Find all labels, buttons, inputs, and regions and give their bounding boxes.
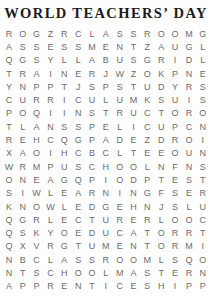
grid-cell[interactable]: C	[99, 147, 113, 160]
grid-cell[interactable]: L	[154, 213, 168, 226]
grid-cell[interactable]: R	[140, 27, 154, 40]
grid-cell[interactable]: S	[168, 253, 182, 266]
grid-cell[interactable]: R	[30, 93, 44, 106]
grid-cell[interactable]: R	[168, 240, 182, 253]
grid-cell[interactable]: A	[57, 253, 71, 266]
grid-cell[interactable]: T	[2, 120, 16, 133]
grid-cell[interactable]: R	[140, 213, 154, 226]
grid-cell[interactable]: N	[113, 40, 127, 53]
grid-cell[interactable]: N	[2, 253, 16, 266]
grid-cell[interactable]: R	[44, 280, 58, 293]
grid-cell[interactable]: Q	[2, 213, 16, 226]
grid-cell[interactable]: L	[196, 54, 210, 67]
grid-cell[interactable]: S	[16, 226, 30, 239]
grid-cell[interactable]: Y	[2, 80, 16, 93]
grid-cell[interactable]: U	[113, 54, 127, 67]
grid-cell[interactable]: E	[99, 40, 113, 53]
grid-cell[interactable]: R	[2, 27, 16, 40]
grid-cell[interactable]: I	[168, 280, 182, 293]
grid-cell[interactable]: S	[85, 80, 99, 93]
grid-cell[interactable]: E	[30, 173, 44, 186]
grid-cell[interactable]: P	[85, 133, 99, 146]
grid-cell[interactable]: R	[182, 80, 196, 93]
grid-cell[interactable]: Q	[30, 107, 44, 120]
grid-cell[interactable]: R	[85, 67, 99, 80]
grid-cell[interactable]: E	[71, 200, 85, 213]
grid-cell[interactable]: C	[71, 213, 85, 226]
grid-cell[interactable]: C	[140, 107, 154, 120]
grid-cell[interactable]: B	[99, 54, 113, 67]
grid-cell[interactable]: A	[85, 54, 99, 67]
grid-cell[interactable]: I	[127, 120, 141, 133]
grid-cell[interactable]: T	[196, 226, 210, 239]
grid-cell[interactable]: G	[140, 54, 154, 67]
grid-cell[interactable]: M	[182, 27, 196, 40]
grid-cell[interactable]: C	[196, 213, 210, 226]
grid-cell[interactable]: R	[30, 213, 44, 226]
grid-cell[interactable]: O	[113, 253, 127, 266]
grid-cell[interactable]: T	[16, 266, 30, 279]
grid-cell[interactable]: A	[127, 266, 141, 279]
grid-cell[interactable]: K	[30, 226, 44, 239]
grid-cell[interactable]: T	[140, 226, 154, 239]
grid-cell[interactable]: F	[168, 160, 182, 173]
grid-cell[interactable]: E	[71, 67, 85, 80]
grid-cell[interactable]: P	[140, 173, 154, 186]
grid-cell[interactable]: E	[99, 120, 113, 133]
grid-cell[interactable]: O	[113, 160, 127, 173]
grid-cell[interactable]: T	[85, 280, 99, 293]
grid-cell[interactable]: P	[182, 280, 196, 293]
grid-cell[interactable]: G	[16, 213, 30, 226]
grid-cell[interactable]: H	[154, 280, 168, 293]
grid-cell[interactable]: B	[85, 147, 99, 160]
grid-cell[interactable]: Z	[44, 27, 58, 40]
grid-cell[interactable]: S	[196, 160, 210, 173]
grid-cell[interactable]: Z	[140, 133, 154, 146]
grid-cell[interactable]: T	[154, 173, 168, 186]
grid-cell[interactable]: T	[127, 40, 141, 53]
grid-cell[interactable]: P	[44, 160, 58, 173]
grid-cell[interactable]: S	[140, 266, 154, 279]
grid-cell[interactable]: L	[140, 160, 154, 173]
grid-cell[interactable]: T	[127, 80, 141, 93]
grid-cell[interactable]: E	[127, 213, 141, 226]
grid-cell[interactable]: T	[71, 240, 85, 253]
grid-cell[interactable]: A	[16, 147, 30, 160]
grid-cell[interactable]: N	[196, 147, 210, 160]
grid-cell[interactable]: N	[127, 187, 141, 200]
grid-cell[interactable]: P	[44, 80, 58, 93]
grid-cell[interactable]: P	[168, 67, 182, 80]
grid-cell[interactable]: N	[71, 107, 85, 120]
grid-cell[interactable]: L	[99, 93, 113, 106]
grid-cell[interactable]: S	[85, 253, 99, 266]
grid-cell[interactable]: X	[2, 147, 16, 160]
grid-cell[interactable]: U	[57, 160, 71, 173]
grid-cell[interactable]: Q	[182, 253, 196, 266]
grid-cell[interactable]: R	[196, 187, 210, 200]
grid-cell[interactable]: S	[196, 80, 210, 93]
grid-cell[interactable]: E	[16, 133, 30, 146]
grid-cell[interactable]: J	[99, 67, 113, 80]
grid-cell[interactable]: S	[113, 80, 127, 93]
grid-cell[interactable]: L	[57, 54, 71, 67]
grid-cell[interactable]: I	[44, 107, 58, 120]
grid-cell[interactable]: R	[154, 54, 168, 67]
grid-cell[interactable]: P	[85, 173, 99, 186]
grid-cell[interactable]: O	[30, 200, 44, 213]
grid-cell[interactable]: E	[71, 226, 85, 239]
grid-cell[interactable]: M	[113, 266, 127, 279]
grid-cell[interactable]: O	[168, 107, 182, 120]
grid-cell[interactable]: E	[168, 266, 182, 279]
grid-cell[interactable]: I	[16, 187, 30, 200]
grid-cell[interactable]: Q	[2, 240, 16, 253]
grid-cell[interactable]: O	[71, 266, 85, 279]
grid-cell[interactable]: R	[57, 27, 71, 40]
grid-cell[interactable]: S	[30, 40, 44, 53]
grid-cell[interactable]: P	[168, 120, 182, 133]
grid-cell[interactable]: H	[57, 266, 71, 279]
grid-cell[interactable]: G	[71, 133, 85, 146]
grid-cell[interactable]: C	[85, 160, 99, 173]
grid-cell[interactable]: D	[182, 54, 196, 67]
grid-cell[interactable]: C	[44, 266, 58, 279]
grid-cell[interactable]: M	[99, 240, 113, 253]
grid-cell[interactable]: X	[16, 240, 30, 253]
grid-cell[interactable]: N	[196, 266, 210, 279]
grid-cell[interactable]: A	[2, 280, 16, 293]
grid-cell[interactable]: K	[154, 67, 168, 80]
grid-cell[interactable]: V	[30, 240, 44, 253]
grid-cell[interactable]: O	[113, 173, 127, 186]
grid-cell[interactable]: O	[168, 147, 182, 160]
grid-cell[interactable]: R	[113, 213, 127, 226]
grid-cell[interactable]: J	[71, 80, 85, 93]
grid-cell[interactable]: S	[196, 93, 210, 106]
grid-cell[interactable]: N	[127, 240, 141, 253]
grid-cell[interactable]: G	[57, 240, 71, 253]
grid-cell[interactable]: U	[127, 107, 141, 120]
grid-cell[interactable]: R	[168, 133, 182, 146]
grid-cell[interactable]: N	[196, 120, 210, 133]
grid-cell[interactable]: U	[182, 147, 196, 160]
grid-cell[interactable]: A	[44, 173, 58, 186]
grid-cell[interactable]: P	[30, 280, 44, 293]
grid-cell[interactable]: I	[168, 54, 182, 67]
grid-cell[interactable]: Q	[71, 173, 85, 186]
grid-cell[interactable]: P	[196, 280, 210, 293]
grid-cell[interactable]: C	[71, 93, 85, 106]
grid-cell[interactable]: G	[140, 187, 154, 200]
grid-cell[interactable]: T	[127, 147, 141, 160]
grid-cell[interactable]: H	[99, 160, 113, 173]
grid-cell[interactable]: E	[113, 240, 127, 253]
grid-cell[interactable]: O	[127, 160, 141, 173]
grid-cell[interactable]: P	[2, 107, 16, 120]
grid-cell[interactable]: O	[196, 107, 210, 120]
grid-cell[interactable]: M	[85, 40, 99, 53]
grid-cell[interactable]: L	[71, 54, 85, 67]
grid-cell[interactable]: R	[16, 160, 30, 173]
grid-cell[interactable]: L	[44, 187, 58, 200]
grid-cell[interactable]: I	[44, 147, 58, 160]
grid-cell[interactable]: T	[99, 107, 113, 120]
grid-cell[interactable]: W	[44, 200, 58, 213]
grid-cell[interactable]: P	[99, 80, 113, 93]
grid-cell[interactable]: B	[16, 253, 30, 266]
grid-cell[interactable]: U	[168, 93, 182, 106]
grid-cell[interactable]: O	[154, 27, 168, 40]
grid-cell[interactable]: S	[16, 40, 30, 53]
grid-cell[interactable]: S	[71, 160, 85, 173]
grid-cell[interactable]: M	[127, 93, 141, 106]
grid-cell[interactable]: S	[57, 120, 71, 133]
grid-cell[interactable]: U	[140, 80, 154, 93]
grid-cell[interactable]: C	[44, 133, 58, 146]
grid-cell[interactable]: I	[44, 67, 58, 80]
grid-cell[interactable]: O	[196, 253, 210, 266]
grid-cell[interactable]: C	[113, 226, 127, 239]
grid-cell[interactable]: Y	[44, 54, 58, 67]
grid-cell[interactable]: C	[30, 253, 44, 266]
grid-cell[interactable]: R	[44, 240, 58, 253]
grid-cell[interactable]: E	[168, 173, 182, 186]
grid-cell[interactable]: J	[154, 200, 168, 213]
grid-cell[interactable]: R	[2, 133, 16, 146]
grid-cell[interactable]: S	[113, 27, 127, 40]
grid-cell[interactable]: R	[16, 67, 30, 80]
grid-cell[interactable]: R	[85, 187, 99, 200]
grid-cell[interactable]: N	[57, 67, 71, 80]
grid-cell[interactable]: D	[85, 200, 99, 213]
grid-cell[interactable]: T	[196, 173, 210, 186]
grid-cell[interactable]: C	[71, 147, 85, 160]
grid-cell[interactable]: W	[30, 187, 44, 200]
grid-cell[interactable]: S	[85, 107, 99, 120]
grid-cell[interactable]: U	[85, 240, 99, 253]
grid-cell[interactable]: E	[57, 280, 71, 293]
grid-cell[interactable]: L	[85, 27, 99, 40]
grid-cell[interactable]: U	[85, 93, 99, 106]
grid-cell[interactable]: E	[154, 147, 168, 160]
grid-cell[interactable]: H	[127, 200, 141, 213]
grid-cell[interactable]: Q	[57, 133, 71, 146]
grid-cell[interactable]: L	[99, 266, 113, 279]
grid-cell[interactable]: L	[44, 253, 58, 266]
grid-cell[interactable]: U	[168, 40, 182, 53]
grid-cell[interactable]: E	[196, 67, 210, 80]
grid-cell[interactable]: S	[154, 93, 168, 106]
grid-cell[interactable]: Z	[127, 67, 141, 80]
grid-cell[interactable]: O	[154, 226, 168, 239]
grid-cell[interactable]: S	[2, 187, 16, 200]
grid-cell[interactable]: Y	[44, 226, 58, 239]
grid-cell[interactable]: O	[182, 213, 196, 226]
grid-cell[interactable]: I	[99, 173, 113, 186]
grid-cell[interactable]: O	[154, 240, 168, 253]
grid-cell[interactable]: C	[2, 93, 16, 106]
grid-cell[interactable]: L	[16, 120, 30, 133]
grid-cell[interactable]: A	[99, 27, 113, 40]
grid-cell[interactable]: R	[99, 253, 113, 266]
grid-cell[interactable]: O	[16, 27, 30, 40]
grid-cell[interactable]: U	[99, 226, 113, 239]
grid-cell[interactable]: I	[182, 93, 196, 106]
grid-cell[interactable]: O	[16, 107, 30, 120]
grid-cell[interactable]: N	[2, 266, 16, 279]
grid-cell[interactable]: O	[127, 253, 141, 266]
grid-cell[interactable]: D	[127, 173, 141, 186]
grid-cell[interactable]: P	[85, 120, 99, 133]
grid-cell[interactable]: D	[154, 80, 168, 93]
grid-cell[interactable]: S	[57, 40, 71, 53]
grid-cell[interactable]: L	[196, 40, 210, 53]
grid-cell[interactable]: S	[140, 280, 154, 293]
grid-cell[interactable]: K	[140, 93, 154, 106]
grid-cell[interactable]: R	[113, 107, 127, 120]
grid-cell[interactable]: E	[140, 147, 154, 160]
grid-cell[interactable]: A	[2, 40, 16, 53]
grid-cell[interactable]: I	[196, 240, 210, 253]
grid-cell[interactable]: I	[113, 187, 127, 200]
grid-cell[interactable]: D	[113, 133, 127, 146]
grid-cell[interactable]: S	[127, 54, 141, 67]
grid-cell[interactable]: E	[44, 40, 58, 53]
grid-cell[interactable]: S	[30, 54, 44, 67]
grid-cell[interactable]: E	[57, 213, 71, 226]
grid-cell[interactable]: O	[168, 27, 182, 40]
grid-cell[interactable]: A	[99, 133, 113, 146]
grid-cell[interactable]: A	[127, 226, 141, 239]
grid-cell[interactable]: T	[2, 67, 16, 80]
grid-cell[interactable]: U	[99, 213, 113, 226]
grid-cell[interactable]: A	[30, 67, 44, 80]
grid-cell[interactable]: I	[99, 280, 113, 293]
grid-cell[interactable]: T	[140, 240, 154, 253]
grid-cell[interactable]: S	[127, 27, 141, 40]
grid-cell[interactable]: O	[85, 266, 99, 279]
grid-cell[interactable]: E	[127, 133, 141, 146]
grid-cell[interactable]: S	[168, 200, 182, 213]
grid-cell[interactable]: I	[57, 93, 71, 106]
grid-cell[interactable]: I	[196, 133, 210, 146]
grid-cell[interactable]: G	[30, 27, 44, 40]
grid-cell[interactable]: M	[140, 253, 154, 266]
grid-cell[interactable]: L	[113, 147, 127, 160]
grid-cell[interactable]: A	[30, 120, 44, 133]
grid-cell[interactable]: P	[30, 80, 44, 93]
grid-cell[interactable]: Y	[168, 80, 182, 93]
grid-cell[interactable]: S	[182, 173, 196, 186]
grid-cell[interactable]: L	[44, 213, 58, 226]
grid-cell[interactable]: O	[57, 226, 71, 239]
grid-cell[interactable]: D	[154, 133, 168, 146]
grid-cell[interactable]: G	[99, 200, 113, 213]
grid-cell[interactable]: R	[44, 93, 58, 106]
grid-cell[interactable]: N	[44, 120, 58, 133]
grid-cell[interactable]: S	[71, 40, 85, 53]
grid-cell[interactable]: G	[16, 54, 30, 67]
grid-cell[interactable]: I	[57, 107, 71, 120]
grid-cell[interactable]: F	[154, 187, 168, 200]
grid-cell[interactable]: R	[168, 226, 182, 239]
grid-cell[interactable]: S	[30, 266, 44, 279]
grid-cell[interactable]: E	[182, 187, 196, 200]
grid-cell[interactable]: N	[16, 173, 30, 186]
grid-cell[interactable]: E	[113, 200, 127, 213]
grid-cell[interactable]: S	[71, 253, 85, 266]
grid-cell[interactable]: R	[182, 107, 196, 120]
grid-cell[interactable]: T	[154, 266, 168, 279]
grid-cell[interactable]: U	[113, 93, 127, 106]
grid-cell[interactable]: L	[57, 200, 71, 213]
grid-cell[interactable]: E	[127, 280, 141, 293]
grid-cell[interactable]: M	[182, 240, 196, 253]
grid-cell[interactable]: G	[196, 27, 210, 40]
grid-cell[interactable]: T	[154, 107, 168, 120]
grid-cell[interactable]: L	[154, 253, 168, 266]
grid-cell[interactable]: D	[85, 226, 99, 239]
grid-cell[interactable]: T	[85, 213, 99, 226]
grid-cell[interactable]: A	[71, 187, 85, 200]
grid-cell[interactable]: C	[71, 27, 85, 40]
grid-cell[interactable]: L	[182, 200, 196, 213]
grid-cell[interactable]: O	[2, 173, 16, 186]
grid-cell[interactable]: O	[30, 147, 44, 160]
grid-cell[interactable]: Z	[140, 40, 154, 53]
grid-cell[interactable]: G	[182, 40, 196, 53]
grid-cell[interactable]: S	[168, 187, 182, 200]
grid-cell[interactable]: W	[113, 67, 127, 80]
grid-cell[interactable]: O	[182, 133, 196, 146]
grid-cell[interactable]: Q	[2, 54, 16, 67]
grid-cell[interactable]: R	[182, 266, 196, 279]
grid-cell[interactable]: O	[168, 213, 182, 226]
grid-cell[interactable]: N	[182, 67, 196, 80]
grid-cell[interactable]: C	[140, 120, 154, 133]
grid-cell[interactable]: E	[57, 187, 71, 200]
grid-cell[interactable]: L	[113, 120, 127, 133]
grid-cell[interactable]: N	[154, 160, 168, 173]
grid-cell[interactable]: U	[16, 93, 30, 106]
grid-cell[interactable]: O	[140, 67, 154, 80]
grid-cell[interactable]: R	[182, 226, 196, 239]
grid-cell[interactable]: T	[57, 80, 71, 93]
grid-cell[interactable]: N	[140, 200, 154, 213]
grid-cell[interactable]: P	[16, 280, 30, 293]
grid-cell[interactable]: A	[154, 40, 168, 53]
grid-cell[interactable]: N	[16, 200, 30, 213]
grid-cell[interactable]: W	[2, 160, 16, 173]
grid-cell[interactable]: C	[182, 120, 196, 133]
grid-cell[interactable]: S	[71, 120, 85, 133]
grid-cell[interactable]: N	[182, 160, 196, 173]
grid-cell[interactable]: M	[30, 160, 44, 173]
grid-cell[interactable]: H	[57, 147, 71, 160]
grid-cell[interactable]: U	[154, 120, 168, 133]
grid-cell[interactable]: H	[30, 133, 44, 146]
grid-cell[interactable]: N	[71, 280, 85, 293]
grid-cell[interactable]: N	[99, 187, 113, 200]
grid-cell[interactable]: N	[16, 80, 30, 93]
grid-cell[interactable]: G	[57, 173, 71, 186]
grid-cell[interactable]: U	[196, 200, 210, 213]
grid-cell[interactable]: K	[2, 200, 16, 213]
grid-cell[interactable]: C	[113, 280, 127, 293]
grid-cell[interactable]: Q	[2, 226, 16, 239]
